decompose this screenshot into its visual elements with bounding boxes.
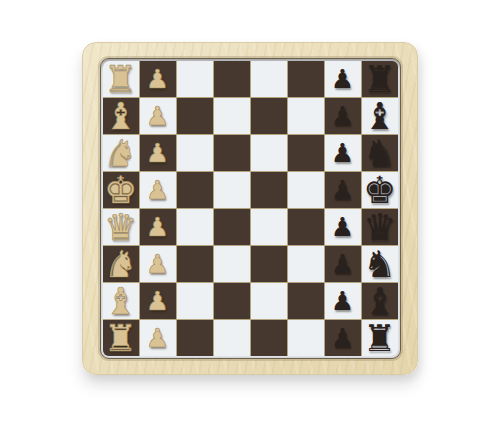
square-r4c3[interactable] xyxy=(177,172,213,208)
board-frame: ♜♟♟♜♝♟♟♝♞♟♟♞♚♟♟♚♛♟♟♛♞♟♟♞♝♟♟♝♜♟♟♜ xyxy=(82,42,418,375)
white-pawn[interactable]: ♟ xyxy=(146,66,169,92)
white-bishop[interactable]: ♝ xyxy=(104,98,137,135)
black-bishop[interactable]: ♝ xyxy=(363,98,396,135)
black-knight[interactable]: ♞ xyxy=(363,135,396,172)
square-r6c3[interactable] xyxy=(177,246,213,282)
square-r2c1[interactable]: ♝ xyxy=(103,98,139,134)
square-r4c8[interactable]: ♚ xyxy=(362,172,398,208)
square-r8c5[interactable] xyxy=(251,320,287,356)
square-r1c5[interactable] xyxy=(251,61,287,97)
square-r4c2[interactable]: ♟ xyxy=(140,172,176,208)
square-r2c6[interactable] xyxy=(288,98,324,134)
square-r4c1[interactable]: ♚ xyxy=(103,172,139,208)
white-queen[interactable]: ♛ xyxy=(104,209,137,246)
square-r4c4[interactable] xyxy=(214,172,250,208)
square-r8c1[interactable]: ♜ xyxy=(103,320,139,356)
black-pawn[interactable]: ♟ xyxy=(331,103,354,129)
square-r2c2[interactable]: ♟ xyxy=(140,98,176,134)
square-r1c1[interactable]: ♜ xyxy=(103,61,139,97)
square-r3c3[interactable] xyxy=(177,135,213,171)
white-rook[interactable]: ♜ xyxy=(104,61,137,98)
black-pawn[interactable]: ♟ xyxy=(331,214,354,240)
white-knight[interactable]: ♞ xyxy=(104,135,137,172)
square-r5c3[interactable] xyxy=(177,209,213,245)
black-pawn[interactable]: ♟ xyxy=(331,288,354,314)
square-r6c7[interactable]: ♟ xyxy=(325,246,361,282)
square-r8c3[interactable] xyxy=(177,320,213,356)
white-rook[interactable]: ♜ xyxy=(104,320,137,357)
square-r2c8[interactable]: ♝ xyxy=(362,98,398,134)
square-r4c6[interactable] xyxy=(288,172,324,208)
square-r8c7[interactable]: ♟ xyxy=(325,320,361,356)
square-r6c4[interactable] xyxy=(214,246,250,282)
white-knight[interactable]: ♞ xyxy=(104,246,137,283)
square-r6c6[interactable] xyxy=(288,246,324,282)
black-pawn[interactable]: ♟ xyxy=(331,140,354,166)
white-pawn[interactable]: ♟ xyxy=(146,177,169,203)
black-queen[interactable]: ♛ xyxy=(363,209,396,246)
product-photo-background: ♜♟♟♜♝♟♟♝♞♟♟♞♚♟♟♚♛♟♟♛♞♟♟♞♝♟♟♝♜♟♟♜ xyxy=(0,0,500,434)
square-r5c4[interactable] xyxy=(214,209,250,245)
white-pawn[interactable]: ♟ xyxy=(146,325,169,351)
square-r7c3[interactable] xyxy=(177,283,213,319)
square-r7c6[interactable] xyxy=(288,283,324,319)
black-pawn[interactable]: ♟ xyxy=(331,325,354,351)
square-r5c8[interactable]: ♛ xyxy=(362,209,398,245)
square-r1c3[interactable] xyxy=(177,61,213,97)
square-r2c7[interactable]: ♟ xyxy=(325,98,361,134)
square-r8c6[interactable] xyxy=(288,320,324,356)
black-knight[interactable]: ♞ xyxy=(363,246,396,283)
square-r8c2[interactable]: ♟ xyxy=(140,320,176,356)
square-r3c6[interactable] xyxy=(288,135,324,171)
square-r5c7[interactable]: ♟ xyxy=(325,209,361,245)
square-r6c2[interactable]: ♟ xyxy=(140,246,176,282)
chess-board: ♜♟♟♜♝♟♟♝♞♟♟♞♚♟♟♚♛♟♟♛♞♟♟♞♝♟♟♝♜♟♟♜ xyxy=(103,61,398,356)
black-rook[interactable]: ♜ xyxy=(363,61,396,98)
square-r1c4[interactable] xyxy=(214,61,250,97)
square-r7c2[interactable]: ♟ xyxy=(140,283,176,319)
square-r3c5[interactable] xyxy=(251,135,287,171)
square-r7c4[interactable] xyxy=(214,283,250,319)
white-pawn[interactable]: ♟ xyxy=(146,288,169,314)
black-king[interactable]: ♚ xyxy=(363,172,396,209)
white-pawn[interactable]: ♟ xyxy=(146,103,169,129)
square-r5c6[interactable] xyxy=(288,209,324,245)
square-r8c4[interactable] xyxy=(214,320,250,356)
black-bishop[interactable]: ♝ xyxy=(363,283,396,320)
square-r3c4[interactable] xyxy=(214,135,250,171)
square-r7c8[interactable]: ♝ xyxy=(362,283,398,319)
black-pawn[interactable]: ♟ xyxy=(331,177,354,203)
square-r5c1[interactable]: ♛ xyxy=(103,209,139,245)
black-pawn[interactable]: ♟ xyxy=(331,251,354,277)
square-r5c2[interactable]: ♟ xyxy=(140,209,176,245)
square-r7c7[interactable]: ♟ xyxy=(325,283,361,319)
black-pawn[interactable]: ♟ xyxy=(331,66,354,92)
white-bishop[interactable]: ♝ xyxy=(104,283,137,320)
square-r8c8[interactable]: ♜ xyxy=(362,320,398,356)
square-r2c3[interactable] xyxy=(177,98,213,134)
square-r2c5[interactable] xyxy=(251,98,287,134)
square-r3c8[interactable]: ♞ xyxy=(362,135,398,171)
square-r4c5[interactable] xyxy=(251,172,287,208)
white-pawn[interactable]: ♟ xyxy=(146,251,169,277)
white-pawn[interactable]: ♟ xyxy=(146,140,169,166)
square-r7c1[interactable]: ♝ xyxy=(103,283,139,319)
square-r1c6[interactable] xyxy=(288,61,324,97)
white-pawn[interactable]: ♟ xyxy=(146,214,169,240)
square-r3c7[interactable]: ♟ xyxy=(325,135,361,171)
square-r6c8[interactable]: ♞ xyxy=(362,246,398,282)
square-r5c5[interactable] xyxy=(251,209,287,245)
square-r1c8[interactable]: ♜ xyxy=(362,61,398,97)
square-r1c2[interactable]: ♟ xyxy=(140,61,176,97)
square-r1c7[interactable]: ♟ xyxy=(325,61,361,97)
square-r6c5[interactable] xyxy=(251,246,287,282)
square-r2c4[interactable] xyxy=(214,98,250,134)
square-r4c7[interactable]: ♟ xyxy=(325,172,361,208)
square-r3c2[interactable]: ♟ xyxy=(140,135,176,171)
square-r3c1[interactable]: ♞ xyxy=(103,135,139,171)
square-r6c1[interactable]: ♞ xyxy=(103,246,139,282)
black-rook[interactable]: ♜ xyxy=(363,320,396,357)
playing-surface: ♜♟♟♜♝♟♟♝♞♟♟♞♚♟♟♚♛♟♟♛♞♟♟♞♝♟♟♝♜♟♟♜ xyxy=(100,58,401,359)
white-king[interactable]: ♚ xyxy=(104,172,137,209)
square-r7c5[interactable] xyxy=(251,283,287,319)
